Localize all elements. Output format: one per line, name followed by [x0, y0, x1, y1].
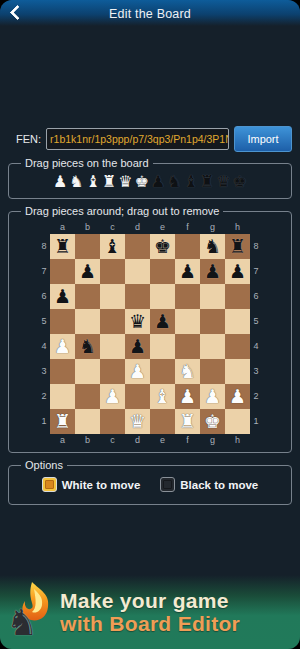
- rank-label-5: 5: [38, 309, 50, 334]
- black-rook-piece[interactable]: ♜: [54, 234, 71, 259]
- square-g7[interactable]: ♟: [200, 259, 225, 284]
- board-editor-screen: Edit the Board FEN: r1b1k1nr/1p3ppp/p7/3…: [0, 0, 300, 649]
- knight-icon: ♞: [6, 605, 38, 641]
- promo-banner[interactable]: ♞ Make your game with Board Editor: [0, 575, 300, 649]
- black-queen-piece[interactable]: ♛: [216, 174, 230, 190]
- black-knight-piece[interactable]: ♞: [204, 234, 221, 259]
- black-bishop-piece[interactable]: ♝: [184, 174, 198, 190]
- square-d7[interactable]: [125, 259, 150, 284]
- file-label-e: e: [150, 221, 175, 234]
- file-label-d: d: [125, 221, 150, 234]
- square-d6[interactable]: [125, 284, 150, 309]
- white-knight-piece[interactable]: ♞: [179, 359, 196, 384]
- square-a7[interactable]: [50, 259, 75, 284]
- rank-label-5: 5: [250, 309, 262, 334]
- square-e5[interactable]: ♟: [150, 309, 175, 334]
- white-rook-piece[interactable]: ♜: [54, 409, 71, 434]
- black-bishop-piece[interactable]: ♝: [104, 234, 121, 259]
- square-f5[interactable]: [175, 309, 200, 334]
- file-label-d: d: [125, 434, 150, 447]
- file-label-h: h: [225, 221, 250, 234]
- square-a5[interactable]: [50, 309, 75, 334]
- file-label-a: a: [50, 434, 75, 447]
- white-king-piece[interactable]: ♚: [204, 409, 221, 434]
- top-bar: Edit the Board: [0, 0, 300, 26]
- piece-palette: ♟♞♝♜♛♚♟♞♝♜♛♚: [9, 164, 291, 198]
- square-g8[interactable]: ♞: [200, 234, 225, 259]
- square-b6[interactable]: [75, 284, 100, 309]
- flaming-knight-logo-icon: ♞: [4, 581, 56, 643]
- file-label-g: g: [200, 221, 225, 234]
- square-c5[interactable]: [100, 309, 125, 334]
- square-f2[interactable]: ♟: [175, 384, 200, 409]
- black-to-move-checkbox[interactable]: [160, 477, 175, 492]
- square-g1[interactable]: ♚: [200, 409, 225, 434]
- fen-row: FEN: r1b1k1nr/1p3ppp/p7/3qp3/Pn1p4/3P1N2…: [0, 127, 300, 151]
- square-f7[interactable]: ♟: [175, 259, 200, 284]
- white-pawn-piece[interactable]: ♟: [129, 359, 146, 384]
- black-pawn-piece[interactable]: ♟: [79, 259, 96, 284]
- black-pawn-piece[interactable]: ♟: [229, 259, 246, 284]
- file-label-a: a: [50, 221, 75, 234]
- square-d3[interactable]: ♟: [125, 359, 150, 384]
- options-row: White to move Black to move: [9, 466, 291, 504]
- square-h5[interactable]: [225, 309, 250, 334]
- square-b2[interactable]: [75, 384, 100, 409]
- square-g3[interactable]: [200, 359, 225, 384]
- black-knight-piece[interactable]: ♞: [79, 334, 96, 359]
- rank-label-8: 8: [38, 234, 50, 259]
- black-pawn-piece[interactable]: ♟: [204, 259, 221, 284]
- black-rook-piece[interactable]: ♜: [200, 174, 214, 190]
- square-b3[interactable]: [75, 359, 100, 384]
- square-h7[interactable]: ♟: [225, 259, 250, 284]
- square-f6[interactable]: [175, 284, 200, 309]
- square-b4[interactable]: ♞: [75, 334, 100, 359]
- square-h1[interactable]: [225, 409, 250, 434]
- banner-text: Make your game with Board Editor: [60, 589, 240, 635]
- square-f4[interactable]: [175, 334, 200, 359]
- rank-label-4: 4: [38, 334, 50, 359]
- square-g6[interactable]: [200, 284, 225, 309]
- square-a8[interactable]: ♜: [50, 234, 75, 259]
- white-bishop-piece[interactable]: ♝: [154, 384, 171, 409]
- square-c6[interactable]: [100, 284, 125, 309]
- rank-label-7: 7: [38, 259, 50, 284]
- rank-label-1: 1: [38, 409, 50, 434]
- square-e4[interactable]: [150, 334, 175, 359]
- file-label-e: e: [150, 434, 175, 447]
- white-queen-piece[interactable]: ♛: [129, 409, 146, 434]
- square-e3[interactable]: [150, 359, 175, 384]
- file-label-c: c: [100, 221, 125, 234]
- file-label-c: c: [100, 434, 125, 447]
- board-fieldset: Drag pieces around; drag out to remove a…: [8, 211, 292, 453]
- board-area: abcdefgh87654321♜♝♚♞♜♟♟♟♟♟♛♟♟♞♟♟♞♟♝♟♟♟♜♛…: [9, 212, 291, 452]
- square-c8[interactable]: ♝: [100, 234, 125, 259]
- white-pawn-piece[interactable]: ♟: [179, 384, 196, 409]
- square-h6[interactable]: [225, 284, 250, 309]
- square-e1[interactable]: [150, 409, 175, 434]
- square-b7[interactable]: ♟: [75, 259, 100, 284]
- import-button[interactable]: Import: [234, 126, 292, 152]
- rank-label-1: 1: [250, 409, 262, 434]
- black-to-move-label: Black to move: [180, 479, 258, 491]
- square-c1[interactable]: [100, 409, 125, 434]
- white-king-piece[interactable]: ♚: [135, 174, 149, 190]
- white-bishop-piece[interactable]: ♝: [86, 174, 100, 190]
- banner-line-2: with Board Editor: [60, 612, 240, 635]
- square-b5[interactable]: [75, 309, 100, 334]
- file-label-f: f: [175, 434, 200, 447]
- square-e8[interactable]: ♚: [150, 234, 175, 259]
- page-title: Edit the Board: [109, 7, 191, 21]
- black-knight-piece[interactable]: ♞: [167, 174, 181, 190]
- square-b1[interactable]: [75, 409, 100, 434]
- file-labels: abcdefgh: [38, 221, 262, 234]
- white-pawn-piece[interactable]: ♟: [229, 384, 246, 409]
- rank-label-6: 6: [38, 284, 50, 309]
- square-g2[interactable]: ♟: [200, 384, 225, 409]
- white-rook-piece[interactable]: ♜: [102, 174, 116, 190]
- black-pawn-piece[interactable]: ♟: [179, 259, 196, 284]
- square-h8[interactable]: ♜: [225, 234, 250, 259]
- white-pawn-piece[interactable]: ♟: [53, 174, 67, 190]
- square-d2[interactable]: [125, 384, 150, 409]
- white-pawn-piece[interactable]: ♟: [54, 334, 71, 359]
- fen-label: FEN:: [16, 133, 41, 145]
- square-c2[interactable]: ♟: [100, 384, 125, 409]
- black-to-move-option[interactable]: Black to move: [160, 477, 258, 492]
- black-pawn-piece[interactable]: ♟: [154, 309, 171, 334]
- rank-label-6: 6: [250, 284, 262, 309]
- square-d1[interactable]: ♛: [125, 409, 150, 434]
- options-fieldset: Options White to move Black to move: [8, 465, 292, 505]
- square-f8[interactable]: [175, 234, 200, 259]
- square-c7[interactable]: [100, 259, 125, 284]
- file-label-b: b: [75, 434, 100, 447]
- palette-legend: Drag pieces on the board: [21, 157, 153, 169]
- square-a2[interactable]: [50, 384, 75, 409]
- square-g4[interactable]: [200, 334, 225, 359]
- black-king-piece[interactable]: ♚: [233, 174, 247, 190]
- white-knight-piece[interactable]: ♞: [69, 174, 83, 190]
- square-h2[interactable]: ♟: [225, 384, 250, 409]
- white-pawn-piece[interactable]: ♟: [204, 384, 221, 409]
- square-e2[interactable]: ♝: [150, 384, 175, 409]
- file-label-h: h: [225, 434, 250, 447]
- square-d5[interactable]: ♛: [125, 309, 150, 334]
- square-c3[interactable]: [100, 359, 125, 384]
- square-e6[interactable]: [150, 284, 175, 309]
- black-queen-piece[interactable]: ♛: [129, 309, 146, 334]
- back-chevron-icon[interactable]: [10, 5, 26, 21]
- banner-line-1: Make your game: [60, 589, 240, 612]
- white-to-move-label: White to move: [62, 479, 141, 491]
- black-pawn-piece[interactable]: ♟: [54, 284, 71, 309]
- rank-label-2: 2: [38, 384, 50, 409]
- square-g5[interactable]: [200, 309, 225, 334]
- square-d8[interactable]: [125, 234, 150, 259]
- palette-fieldset: Drag pieces on the board ♟♞♝♜♛♚♟♞♝♜♛♚: [8, 163, 292, 199]
- square-a1[interactable]: ♜: [50, 409, 75, 434]
- rank-label-8: 8: [250, 234, 262, 259]
- square-f3[interactable]: ♞: [175, 359, 200, 384]
- white-queen-piece[interactable]: ♛: [118, 174, 132, 190]
- white-pawn-piece[interactable]: ♟: [104, 384, 121, 409]
- rank-label-7: 7: [250, 259, 262, 284]
- rank-label-3: 3: [250, 359, 262, 384]
- file-labels: abcdefgh: [38, 434, 262, 447]
- black-rook-piece[interactable]: ♜: [229, 234, 246, 259]
- rank-labels: 87654321: [38, 234, 50, 434]
- chess-board: abcdefgh87654321♜♝♚♞♜♟♟♟♟♟♛♟♟♞♟♟♞♟♝♟♟♟♜♛…: [38, 221, 262, 447]
- white-rook-piece[interactable]: ♜: [179, 409, 196, 434]
- square-d4[interactable]: ♟: [125, 334, 150, 359]
- square-a4[interactable]: ♟: [50, 334, 75, 359]
- options-legend: Options: [21, 459, 67, 471]
- square-h3[interactable]: [225, 359, 250, 384]
- file-label-g: g: [200, 434, 225, 447]
- square-h4[interactable]: [225, 334, 250, 359]
- white-to-move-checkbox[interactable]: [42, 477, 57, 492]
- board-legend: Drag pieces around; drag out to remove: [21, 205, 223, 217]
- black-pawn-piece[interactable]: ♟: [129, 334, 146, 359]
- square-a6[interactable]: ♟: [50, 284, 75, 309]
- rank-label-2: 2: [250, 384, 262, 409]
- fen-input[interactable]: r1b1k1nr/1p3ppp/p7/3qp3/Pn1p4/3P1N2/2: [46, 128, 229, 150]
- rank-label-4: 4: [250, 334, 262, 359]
- black-pawn-piece[interactable]: ♟: [151, 174, 165, 190]
- black-king-piece[interactable]: ♚: [154, 234, 171, 259]
- square-c4[interactable]: [100, 334, 125, 359]
- white-to-move-option[interactable]: White to move: [42, 477, 141, 492]
- file-label-b: b: [75, 221, 100, 234]
- rank-label-3: 3: [38, 359, 50, 384]
- file-label-f: f: [175, 221, 200, 234]
- square-f1[interactable]: ♜: [175, 409, 200, 434]
- square-e7[interactable]: [150, 259, 175, 284]
- rank-labels: 87654321: [250, 234, 262, 434]
- square-b8[interactable]: [75, 234, 100, 259]
- square-a3[interactable]: [50, 359, 75, 384]
